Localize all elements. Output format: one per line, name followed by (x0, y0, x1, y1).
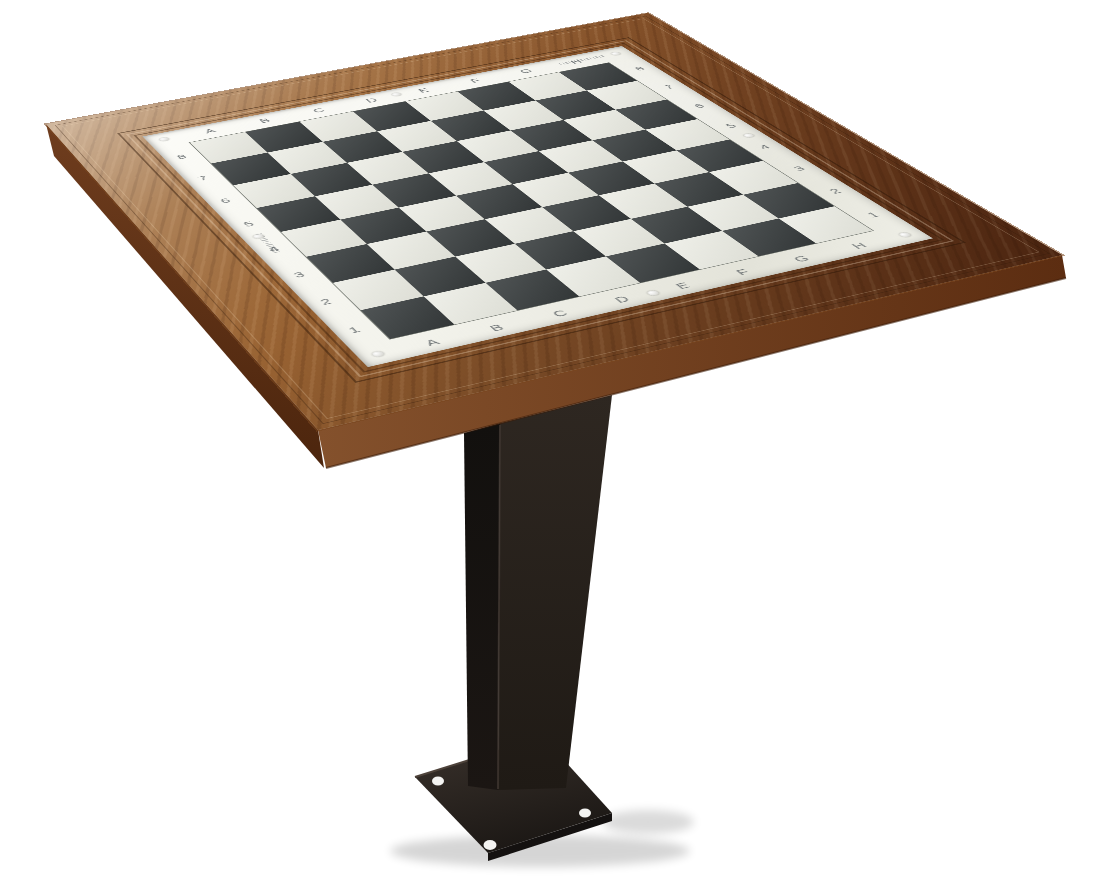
screw-dot (742, 133, 755, 138)
rank-label-left-5: 5 (241, 220, 255, 228)
rank-label-right-2: 2 (826, 187, 843, 195)
rank-label-left-6: 6 (218, 197, 232, 204)
screw-dot (898, 232, 913, 238)
chess-table-photo: AABBCCDDEEFFGGHH1122334455667788 (0, 0, 1110, 879)
rank-label-right-1: 1 (864, 211, 882, 219)
bolt-hole (432, 777, 444, 786)
rank-label-left-2: 2 (318, 297, 334, 306)
file-label-top-e: E (416, 87, 431, 93)
chess-board (189, 62, 874, 339)
file-label-bottom-c: C (549, 308, 569, 318)
file-label-bottom-h: H (848, 241, 868, 250)
rank-label-right-5: 5 (723, 122, 739, 129)
rank-label-left-7: 7 (196, 174, 210, 181)
file-label-bottom-a: A (422, 337, 441, 347)
file-label-bottom-f: F (733, 267, 752, 276)
rank-label-left-8: 8 (175, 153, 188, 160)
ground-shadow-side (602, 810, 694, 834)
bolt-hole (484, 840, 497, 850)
bolt-hole (579, 809, 591, 818)
file-label-bottom-b: B (487, 322, 506, 332)
file-label-bottom-d: D (611, 294, 631, 304)
file-label-top-g: G (517, 68, 534, 74)
screw-dot (158, 137, 170, 142)
screw-dot (391, 92, 403, 96)
rank-label-right-8: 8 (632, 65, 646, 71)
screw-dot (646, 290, 661, 296)
rank-label-left-4: 4 (266, 244, 281, 252)
file-label-top-a: A (202, 127, 217, 134)
file-label-bottom-e: E (673, 281, 692, 290)
pedestal-column-right-face (498, 395, 612, 790)
rank-label-left-1: 1 (346, 325, 362, 334)
file-label-top-b: B (257, 117, 272, 124)
rank-label-right-4: 4 (756, 143, 772, 150)
rank-label-left-3: 3 (291, 270, 306, 279)
rank-label-right-6: 6 (691, 102, 706, 108)
screw-dot (371, 351, 386, 358)
screw-dot (610, 52, 622, 56)
file-label-bottom-g: G (790, 254, 811, 263)
rank-label-right-7: 7 (661, 83, 676, 89)
file-label-top-f: F (468, 77, 482, 83)
rank-label-right-3: 3 (790, 164, 807, 171)
pedestal-column-left-face (464, 423, 500, 790)
file-label-top-c: C (310, 107, 326, 114)
file-label-top-d: D (363, 97, 379, 104)
